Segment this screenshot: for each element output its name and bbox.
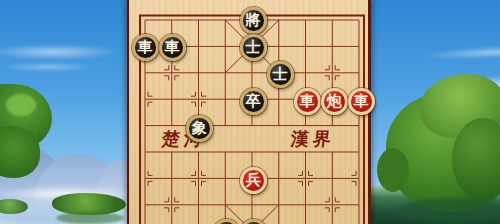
piece-glyph: 車 (354, 94, 369, 109)
piece-glyph: 車 (300, 94, 315, 109)
piece-glyph: 兵 (246, 173, 261, 188)
red-soldier[interactable]: 兵 (240, 167, 267, 194)
black-advisor[interactable]: 士 (240, 34, 267, 61)
piece-glyph: 將 (246, 13, 261, 28)
black-chariot[interactable]: 車 (132, 34, 159, 61)
piece-glyph: 車 (165, 40, 180, 55)
black-general[interactable]: 將 (240, 7, 267, 34)
black-chariot[interactable]: 車 (159, 34, 186, 61)
red-cannon[interactable]: 炮 (321, 88, 348, 115)
right-tree (377, 148, 409, 192)
xiangqi-game-screen: 楚河 漢界 將車車士士卒車炮車象兵 (0, 0, 500, 224)
piece-glyph: 士 (273, 67, 288, 82)
black-soldier[interactable]: 卒 (240, 88, 267, 115)
black-elephant[interactable]: 象 (186, 115, 213, 142)
black-advisor[interactable]: 士 (267, 61, 294, 88)
piece-glyph: 炮 (327, 94, 342, 109)
black-piece-partial[interactable] (240, 219, 267, 224)
plants-reflection (56, 212, 124, 224)
piece-glyph: 卒 (246, 94, 261, 109)
piece-glyph: 車 (138, 40, 153, 55)
red-chariot[interactable]: 車 (348, 88, 375, 115)
xiangqi-board: 楚河 漢界 將車車士士卒車炮車象兵 (127, 0, 371, 224)
piece-glyph: 士 (246, 40, 261, 55)
piece-glyph: 象 (192, 121, 207, 136)
tree-reflection (396, 198, 500, 224)
cloud (2, 62, 94, 72)
piece-grid: 將車車士士卒車炮車象兵 (132, 7, 373, 224)
black-piece-partial[interactable] (213, 219, 240, 224)
left-tree-foliage (6, 94, 36, 116)
red-chariot[interactable]: 車 (294, 88, 321, 115)
